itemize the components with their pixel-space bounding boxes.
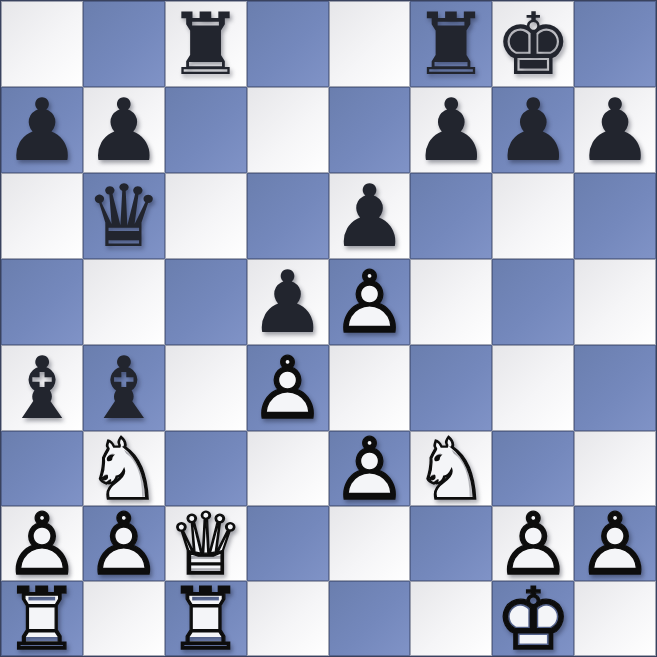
square-c8[interactable]: ♜: [165, 1, 247, 87]
piece-outline-glyph: ♙: [247, 345, 329, 431]
square-h6[interactable]: [574, 173, 656, 259]
square-f2[interactable]: [410, 506, 492, 581]
square-g5[interactable]: [492, 259, 574, 345]
square-g4[interactable]: [492, 345, 574, 431]
piece-outline-glyph: ♙: [329, 259, 411, 345]
square-b1[interactable]: [83, 581, 165, 656]
square-a8[interactable]: [1, 1, 83, 87]
square-b8[interactable]: [83, 1, 165, 87]
black-rook[interactable]: ♜: [165, 1, 247, 87]
white-pawn[interactable]: ♟♙: [574, 506, 656, 581]
square-d2[interactable]: [247, 506, 329, 581]
square-f1[interactable]: [410, 581, 492, 656]
square-a4[interactable]: ♝: [1, 345, 83, 431]
square-a6[interactable]: [1, 173, 83, 259]
square-d4[interactable]: ♟♙: [247, 345, 329, 431]
black-bishop[interactable]: ♝: [1, 345, 83, 431]
square-d1[interactable]: [247, 581, 329, 656]
square-b7[interactable]: ♟: [83, 87, 165, 173]
square-h5[interactable]: [574, 259, 656, 345]
piece-outline-glyph: ♖: [1, 581, 83, 656]
square-f5[interactable]: [410, 259, 492, 345]
square-b6[interactable]: ♛: [83, 173, 165, 259]
square-f3[interactable]: ♞♘: [410, 431, 492, 506]
white-pawn[interactable]: ♟♙: [247, 345, 329, 431]
square-f8[interactable]: ♜: [410, 1, 492, 87]
square-c4[interactable]: [165, 345, 247, 431]
square-h1[interactable]: [574, 581, 656, 656]
piece-outline-glyph: ♙: [329, 431, 411, 506]
square-g7[interactable]: ♟: [492, 87, 574, 173]
square-c6[interactable]: [165, 173, 247, 259]
black-king[interactable]: ♚: [492, 1, 574, 87]
white-rook[interactable]: ♜♖: [1, 581, 83, 656]
square-g8[interactable]: ♚: [492, 1, 574, 87]
black-pawn[interactable]: ♟: [83, 87, 165, 173]
black-pawn[interactable]: ♟: [329, 173, 411, 259]
white-pawn[interactable]: ♟♙: [329, 259, 411, 345]
square-b5[interactable]: [83, 259, 165, 345]
square-c7[interactable]: [165, 87, 247, 173]
square-c5[interactable]: [165, 259, 247, 345]
square-e3[interactable]: ♟♙: [329, 431, 411, 506]
piece-outline-glyph: ♔: [492, 581, 574, 656]
square-a5[interactable]: [1, 259, 83, 345]
square-d8[interactable]: [247, 1, 329, 87]
square-e1[interactable]: [329, 581, 411, 656]
square-e5[interactable]: ♟♙: [329, 259, 411, 345]
square-f7[interactable]: ♟: [410, 87, 492, 173]
white-rook[interactable]: ♜♖: [165, 581, 247, 656]
square-c1[interactable]: ♜♖: [165, 581, 247, 656]
square-g1[interactable]: ♚♔: [492, 581, 574, 656]
black-pawn[interactable]: ♟: [574, 87, 656, 173]
white-pawn[interactable]: ♟♙: [83, 506, 165, 581]
piece-outline-glyph: ♙: [574, 506, 656, 581]
black-queen[interactable]: ♛: [83, 173, 165, 259]
black-pawn[interactable]: ♟: [1, 87, 83, 173]
square-e6[interactable]: ♟: [329, 173, 411, 259]
black-rook[interactable]: ♜: [410, 1, 492, 87]
square-e8[interactable]: [329, 1, 411, 87]
chess-board: ♜♜♚♟♟♟♟♟♛♟♟♟♙♝♝♟♙♞♘♟♙♞♘♟♙♟♙♛♕♟♙♟♙♜♖♜♖♚♔: [0, 0, 657, 657]
piece-outline-glyph: ♙: [83, 506, 165, 581]
square-d3[interactable]: [247, 431, 329, 506]
square-h4[interactable]: [574, 345, 656, 431]
piece-outline-glyph: ♖: [165, 581, 247, 656]
square-e2[interactable]: [329, 506, 411, 581]
square-h2[interactable]: ♟♙: [574, 506, 656, 581]
square-a7[interactable]: ♟: [1, 87, 83, 173]
square-f6[interactable]: [410, 173, 492, 259]
black-pawn[interactable]: ♟: [410, 87, 492, 173]
piece-outline-glyph: ♘: [410, 431, 492, 506]
square-a1[interactable]: ♜♖: [1, 581, 83, 656]
square-h7[interactable]: ♟: [574, 87, 656, 173]
square-g6[interactable]: [492, 173, 574, 259]
white-pawn[interactable]: ♟♙: [329, 431, 411, 506]
square-b2[interactable]: ♟♙: [83, 506, 165, 581]
square-d5[interactable]: ♟: [247, 259, 329, 345]
black-pawn[interactable]: ♟: [492, 87, 574, 173]
square-e7[interactable]: [329, 87, 411, 173]
square-h8[interactable]: [574, 1, 656, 87]
square-d7[interactable]: [247, 87, 329, 173]
square-d6[interactable]: [247, 173, 329, 259]
white-knight[interactable]: ♞♘: [410, 431, 492, 506]
white-king[interactable]: ♚♔: [492, 581, 574, 656]
black-pawn[interactable]: ♟: [247, 259, 329, 345]
